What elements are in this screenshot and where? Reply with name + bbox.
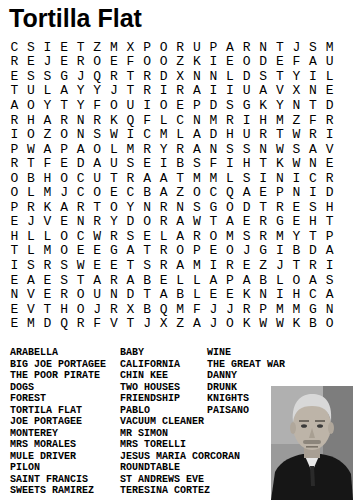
grid-cell: D	[122, 215, 139, 230]
grid-cell: R	[56, 287, 73, 302]
grid-cell: N	[321, 302, 338, 317]
grid-cell: O	[72, 302, 89, 317]
grid-cell: O	[172, 244, 189, 259]
grid-cell: O	[106, 200, 123, 215]
grid-cell: M	[205, 171, 222, 186]
grid-cell: W	[288, 156, 305, 171]
grid-cell: E	[139, 229, 156, 244]
grid-cell: M	[189, 258, 206, 273]
word-list-item: THE POOR PIRATE	[10, 370, 122, 382]
grid-cell: S	[238, 142, 255, 157]
grid-cell: I	[205, 258, 222, 273]
grid-cell: E	[321, 84, 338, 99]
grid-cell: T	[305, 229, 322, 244]
grid-cell: R	[305, 258, 322, 273]
grid-cell: V	[39, 215, 56, 230]
grid-cell: E	[238, 215, 255, 230]
grid-cell: M	[23, 316, 40, 331]
grid-cell: D	[238, 69, 255, 84]
grid-cell: I	[272, 287, 289, 302]
grid-cell: O	[288, 273, 305, 288]
grid-cell: R	[56, 113, 73, 128]
grid-cell: V	[321, 142, 338, 157]
grid-cell: E	[6, 69, 23, 84]
grid-cell: G	[205, 200, 222, 215]
grid-cell: T	[272, 127, 289, 142]
grid-cell: F	[89, 316, 106, 331]
grid-cell: I	[205, 84, 222, 99]
grid-cell: A	[255, 84, 272, 99]
grid-cell: G	[255, 244, 272, 259]
page-title: Tortilla Flat	[9, 4, 142, 33]
grid-cell: S	[238, 171, 255, 186]
grid-cell: C	[72, 229, 89, 244]
grid-cell: L	[155, 229, 172, 244]
grid-cell: N	[72, 113, 89, 128]
grid-cell: I	[255, 171, 272, 186]
grid-cell: E	[205, 287, 222, 302]
grid-cell: P	[255, 302, 272, 317]
grid-cell: J	[89, 302, 106, 317]
grid-cell: J	[288, 40, 305, 55]
grid-cell: R	[23, 200, 40, 215]
grid-cell: S	[305, 200, 322, 215]
grid-cell: N	[189, 113, 206, 128]
grid-cell: W	[272, 316, 289, 331]
grid-cell: A	[155, 171, 172, 186]
grid-cell: Y	[72, 84, 89, 99]
grid-cell: J	[56, 185, 73, 200]
grid-cell: L	[272, 273, 289, 288]
grid-cell: O	[238, 55, 255, 70]
grid-cell: E	[56, 55, 73, 70]
grid-cell: O	[72, 287, 89, 302]
grid-cell: R	[122, 171, 139, 186]
grid-cell: F	[288, 55, 305, 70]
grid-cell: O	[106, 98, 123, 113]
grid-cell: L	[321, 69, 338, 84]
grid-cell: H	[56, 302, 73, 317]
grid-cell: I	[122, 127, 139, 142]
grid-cell: A	[89, 273, 106, 288]
grid-cell: R	[255, 215, 272, 230]
grid-cell: R	[155, 244, 172, 259]
grid-cell: P	[272, 185, 289, 200]
grid-cell: N	[106, 287, 123, 302]
grid-cell: X	[288, 84, 305, 99]
grid-cell: R	[238, 40, 255, 55]
grid-cell: K	[106, 113, 123, 128]
grid-cell: K	[288, 316, 305, 331]
grid-cell: E	[172, 98, 189, 113]
grid-cell: Y	[288, 69, 305, 84]
grid-cell: G	[56, 69, 73, 84]
grid-cell: R	[305, 127, 322, 142]
grid-cell: A	[321, 287, 338, 302]
grid-cell: Q	[122, 113, 139, 128]
grid-cell: J	[23, 215, 40, 230]
grid-cell: D	[205, 127, 222, 142]
grid-cell: B	[139, 273, 156, 288]
grid-cell: R	[6, 113, 23, 128]
grid-cell: U	[238, 84, 255, 99]
grid-cell: W	[23, 142, 40, 157]
grid-cell: M	[122, 142, 139, 157]
grid-cell: I	[222, 156, 239, 171]
grid-cell: E	[106, 55, 123, 70]
word-list-item: ARABELLA	[10, 347, 122, 359]
grid-cell: A	[155, 185, 172, 200]
grid-cell: R	[155, 258, 172, 273]
grid-cell: M	[222, 229, 239, 244]
grid-cell: W	[272, 142, 289, 157]
word-list-item: PILON	[10, 462, 122, 474]
grid-cell: A	[172, 229, 189, 244]
grid-cell: E	[255, 185, 272, 200]
grid-cell: H	[222, 127, 239, 142]
grid-cell: E	[6, 215, 23, 230]
grid-cell: A	[222, 40, 239, 55]
grid-cell: P	[189, 98, 206, 113]
grid-cell: M	[272, 113, 289, 128]
grid-cell: S	[255, 69, 272, 84]
grid-cell: E	[6, 316, 23, 331]
grid-cell: A	[321, 244, 338, 259]
grid-cell: C	[305, 171, 322, 186]
grid-cell: G	[272, 215, 289, 230]
grid-cell: N	[72, 127, 89, 142]
grid-cell: K	[255, 98, 272, 113]
grid-cell: A	[238, 273, 255, 288]
grid-cell: Y	[155, 142, 172, 157]
grid-cell: U	[189, 40, 206, 55]
grid-cell: W	[189, 215, 206, 230]
grid-cell: J	[139, 316, 156, 331]
grid-cell: W	[288, 127, 305, 142]
grid-cell: X	[172, 69, 189, 84]
grid-cell: R	[155, 200, 172, 215]
grid-cell: B	[172, 156, 189, 171]
grid-cell: F	[139, 113, 156, 128]
grid-cell: N	[272, 171, 289, 186]
grid-cell: E	[321, 156, 338, 171]
grid-cell: T	[72, 40, 89, 55]
grid-cell: H	[39, 171, 56, 186]
grid-cell: I	[321, 127, 338, 142]
grid-cell: W	[89, 229, 106, 244]
grid-cell: A	[39, 113, 56, 128]
grid-cell: F	[122, 55, 139, 70]
grid-cell: R	[272, 200, 289, 215]
grid-cell: V	[106, 316, 123, 331]
grid-cell: Z	[255, 258, 272, 273]
grid-cell: E	[288, 215, 305, 230]
grid-cell: P	[205, 40, 222, 55]
grid-cell: M	[106, 40, 123, 55]
grid-cell: R	[255, 229, 272, 244]
grid-cell: C	[139, 127, 156, 142]
grid-cell: S	[305, 40, 322, 55]
grid-cell: S	[321, 273, 338, 288]
grid-cell: U	[106, 156, 123, 171]
grid-cell: T	[122, 316, 139, 331]
grid-cell: A	[222, 215, 239, 230]
grid-cell: G	[305, 302, 322, 317]
grid-cell: P	[189, 244, 206, 259]
grid-cell: S	[89, 127, 106, 142]
grid-cell: S	[56, 258, 73, 273]
grid-cell: E	[6, 302, 23, 317]
grid-cell: Y	[89, 84, 106, 99]
grid-cell: A	[139, 171, 156, 186]
grid-cell: M	[288, 302, 305, 317]
grid-cell: C	[305, 287, 322, 302]
author-photo	[271, 386, 353, 500]
grid-cell: N	[288, 98, 305, 113]
grid-cell: T	[72, 273, 89, 288]
grid-cell: B	[305, 316, 322, 331]
grid-cell: Z	[172, 316, 189, 331]
grid-cell: E	[89, 258, 106, 273]
grid-cell: R	[39, 258, 56, 273]
grid-cell: Y	[106, 215, 123, 230]
grid-cell: O	[56, 244, 73, 259]
grid-cell: E	[106, 185, 123, 200]
grid-cell: T	[321, 215, 338, 230]
grid-cell: N	[305, 84, 322, 99]
grid-cell: S	[23, 258, 40, 273]
grid-cell: T	[255, 156, 272, 171]
grid-cell: O	[89, 142, 106, 157]
grid-cell: E	[72, 244, 89, 259]
grid-cell: T	[305, 98, 322, 113]
grid-cell: D	[72, 156, 89, 171]
grid-cell: T	[6, 84, 23, 99]
grid-cell: R	[139, 142, 156, 157]
grid-cell: L	[23, 185, 40, 200]
grid-cell: S	[189, 156, 206, 171]
grid-cell: T	[172, 171, 189, 186]
grid-cell: P	[6, 142, 23, 157]
grid-cell: O	[139, 215, 156, 230]
grid-cell: I	[222, 84, 239, 99]
grid-cell: A	[56, 84, 73, 99]
grid-cell: O	[222, 200, 239, 215]
grid-cell: M	[39, 185, 56, 200]
grid-cell: D	[205, 98, 222, 113]
grid-cell: T	[272, 69, 289, 84]
grid-cell: A	[39, 142, 56, 157]
grid-cell: C	[72, 185, 89, 200]
word-list-item: TORTILA FLAT	[10, 405, 122, 417]
grid-cell: P	[321, 229, 338, 244]
grid-cell: S	[222, 98, 239, 113]
grid-cell: T	[39, 302, 56, 317]
grid-cell: L	[39, 84, 56, 99]
grid-cell: W	[255, 316, 272, 331]
grid-cell: I	[305, 185, 322, 200]
grid-cell: F	[189, 302, 206, 317]
grid-cell: L	[189, 273, 206, 288]
grid-cell: S	[238, 229, 255, 244]
grid-cell: A	[189, 316, 206, 331]
grid-cell: H	[305, 215, 322, 230]
grid-cell: N	[72, 215, 89, 230]
grid-cell: B	[288, 244, 305, 259]
grid-cell: E	[89, 244, 106, 259]
grid-cell: J	[39, 55, 56, 70]
grid-cell: Y	[122, 200, 139, 215]
grid-cell: L	[23, 229, 40, 244]
grid-cell: Z	[172, 55, 189, 70]
grid-cell: F	[305, 113, 322, 128]
word-list-item: ROUNDTABLE	[120, 462, 250, 474]
grid-cell: O	[23, 127, 40, 142]
grid-cell: P	[139, 40, 156, 55]
grid-cell: A	[6, 98, 23, 113]
grid-cell: V	[23, 287, 40, 302]
grid-cell: Q	[222, 185, 239, 200]
grid-cell: Z	[89, 40, 106, 55]
grid-cell: R	[106, 273, 123, 288]
grid-cell: M	[155, 127, 172, 142]
grid-cell: O	[56, 127, 73, 142]
grid-cell: R	[321, 171, 338, 186]
grid-cell: H	[238, 156, 255, 171]
word-list-item: MULE DRIVER	[10, 451, 122, 463]
grid-cell: J	[222, 302, 239, 317]
grid-cell: H	[288, 287, 305, 302]
grid-cell: R	[172, 84, 189, 99]
grid-cell: A	[155, 287, 172, 302]
grid-cell: M	[205, 113, 222, 128]
grid-cell: N	[255, 142, 272, 157]
grid-cell: U	[238, 127, 255, 142]
grid-cell: I	[205, 55, 222, 70]
grid-cell: T	[255, 200, 272, 215]
grid-cell: N	[189, 69, 206, 84]
grid-cell: I	[139, 98, 156, 113]
grid-cell: O	[23, 98, 40, 113]
grid-cell: Z	[39, 127, 56, 142]
grid-cell: R	[172, 142, 189, 157]
grid-cell: X	[122, 40, 139, 55]
word-list-column-1: ARABELLABIG JOE PORTAGEETHE POOR PIRATED…	[10, 347, 122, 497]
grid-cell: R	[106, 302, 123, 317]
grid-cell: S	[23, 69, 40, 84]
grid-cell: M	[189, 171, 206, 186]
grid-cell: R	[72, 200, 89, 215]
grid-cell: O	[56, 171, 73, 186]
grid-cell: S	[122, 156, 139, 171]
grid-cell: M	[272, 302, 289, 317]
grid-cell: X	[155, 316, 172, 331]
grid-cell: O	[6, 185, 23, 200]
grid-cell: D	[321, 98, 338, 113]
grid-cell: D	[122, 287, 139, 302]
word-list-item: VACUUM CLEANER	[120, 416, 250, 428]
grid-cell: N	[6, 287, 23, 302]
grid-cell: G	[106, 244, 123, 259]
grid-cell: N	[205, 142, 222, 157]
grid-cell: N	[172, 200, 189, 215]
grid-cell: R	[72, 316, 89, 331]
grid-cell: H	[6, 229, 23, 244]
grid-cell: E	[56, 156, 73, 171]
word-list-item: WINE	[207, 347, 297, 359]
grid-cell: E	[238, 258, 255, 273]
grid-cell: R	[222, 113, 239, 128]
word-list-item: FOREST	[10, 393, 122, 405]
grid-cell: E	[39, 287, 56, 302]
grid-cell: V	[272, 84, 289, 99]
grid-cell: K	[238, 316, 255, 331]
grid-cell: T	[122, 258, 139, 273]
grid-cell: M	[272, 229, 289, 244]
word-list-item: SAINT FRANCIS	[10, 474, 122, 486]
grid-cell: N	[255, 287, 272, 302]
word-list-item: TERESINA CORTEZ	[120, 485, 250, 497]
grid-cell: O	[155, 40, 172, 55]
grid-cell: C	[172, 113, 189, 128]
word-list-item: SWEETS RAMIREZ	[10, 485, 122, 497]
grid-cell: W	[72, 258, 89, 273]
grid-cell: O	[139, 55, 156, 70]
grid-cell: T	[106, 171, 123, 186]
grid-cell: A	[23, 273, 40, 288]
grid-cell: L	[172, 273, 189, 288]
word-search-page: Tortilla Flat CSIETZMXPORUPARNTJSMREJERO…	[0, 0, 353, 500]
grid-cell: E	[288, 200, 305, 215]
grid-cell: S	[139, 258, 156, 273]
grid-cell: R	[6, 55, 23, 70]
grid-cell: E	[39, 273, 56, 288]
grid-cell: A	[305, 273, 322, 288]
grid-cell: T	[122, 69, 139, 84]
grid-cell: E	[139, 156, 156, 171]
grid-cell: I	[305, 69, 322, 84]
grid-cell: A	[89, 156, 106, 171]
grid-cell: M	[39, 244, 56, 259]
grid-cell: Y	[272, 98, 289, 113]
word-list-item: JESUS MARIA CORCORAN	[120, 451, 250, 463]
grid-cell: I	[272, 244, 289, 259]
grid-cell: P	[6, 200, 23, 215]
grid-cell: A	[305, 55, 322, 70]
grid-cell: E	[106, 258, 123, 273]
grid-cell: K	[238, 287, 255, 302]
grid-cell: D	[305, 244, 322, 259]
grid-cell: A	[305, 142, 322, 157]
grid-cell: A	[72, 142, 89, 157]
grid-cell: T	[139, 244, 156, 259]
grid-cell: O	[321, 316, 338, 331]
grid-cell: I	[6, 127, 23, 142]
word-list-item: DOGS	[10, 382, 122, 394]
grid-cell: I	[238, 113, 255, 128]
grid-cell: I	[39, 40, 56, 55]
word-list-item: THE GREAT WAR	[207, 359, 297, 371]
grid-cell: E	[56, 215, 73, 230]
grid-cell: A	[189, 84, 206, 99]
grid-cell: A	[172, 215, 189, 230]
grid-cell: P	[222, 273, 239, 288]
grid-cell: E	[222, 55, 239, 70]
grid-cell: V	[23, 302, 40, 317]
grid-cell: Y	[39, 98, 56, 113]
grid-cell: C	[122, 185, 139, 200]
grid-cell: F	[39, 156, 56, 171]
